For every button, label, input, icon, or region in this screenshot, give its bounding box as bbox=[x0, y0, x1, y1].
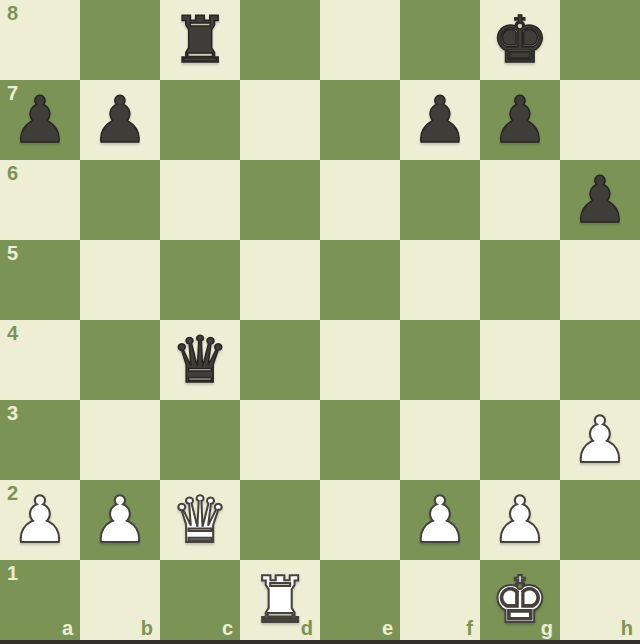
square-b4[interactable] bbox=[80, 320, 160, 400]
square-f4[interactable] bbox=[400, 320, 480, 400]
square-c6[interactable] bbox=[160, 160, 240, 240]
piece-black-pawn-g7[interactable]: ♟ bbox=[480, 80, 560, 160]
square-g3[interactable] bbox=[480, 400, 560, 480]
square-a6[interactable]: 6 bbox=[0, 160, 80, 240]
square-g5[interactable] bbox=[480, 240, 560, 320]
square-a2[interactable]: 2♟ bbox=[0, 480, 80, 560]
square-d8[interactable] bbox=[240, 0, 320, 80]
chess-app: 8♜♚7♟♟♟♟6♟54♛3♟2♟♟♛♟♟1abcd♜efg♚h bbox=[0, 0, 640, 644]
square-d4[interactable] bbox=[240, 320, 320, 400]
piece-black-pawn-b7[interactable]: ♟ bbox=[80, 80, 160, 160]
square-e6[interactable] bbox=[320, 160, 400, 240]
board-bottom-strip bbox=[0, 640, 640, 644]
square-c3[interactable] bbox=[160, 400, 240, 480]
square-e4[interactable] bbox=[320, 320, 400, 400]
square-e5[interactable] bbox=[320, 240, 400, 320]
square-f5[interactable] bbox=[400, 240, 480, 320]
square-a1[interactable]: 1a bbox=[0, 560, 80, 640]
piece-black-pawn-f7[interactable]: ♟ bbox=[400, 80, 480, 160]
square-c5[interactable] bbox=[160, 240, 240, 320]
piece-black-king-g8[interactable]: ♚ bbox=[480, 0, 560, 80]
piece-white-pawn-a2[interactable]: ♟ bbox=[0, 480, 80, 560]
rank-label-8: 8 bbox=[7, 3, 18, 23]
chess-board: 8♜♚7♟♟♟♟6♟54♛3♟2♟♟♛♟♟1abcd♜efg♚h bbox=[0, 0, 640, 640]
square-g1[interactable]: g♚ bbox=[480, 560, 560, 640]
piece-black-pawn-h6[interactable]: ♟ bbox=[560, 160, 640, 240]
square-a5[interactable]: 5 bbox=[0, 240, 80, 320]
piece-white-pawn-h3[interactable]: ♟ bbox=[560, 400, 640, 480]
rank-label-1: 1 bbox=[7, 563, 18, 583]
square-f6[interactable] bbox=[400, 160, 480, 240]
square-h4[interactable] bbox=[560, 320, 640, 400]
square-f7[interactable]: ♟ bbox=[400, 80, 480, 160]
square-g7[interactable]: ♟ bbox=[480, 80, 560, 160]
square-b7[interactable]: ♟ bbox=[80, 80, 160, 160]
square-c4[interactable]: ♛ bbox=[160, 320, 240, 400]
piece-white-pawn-b2[interactable]: ♟ bbox=[80, 480, 160, 560]
rank-label-5: 5 bbox=[7, 243, 18, 263]
square-d5[interactable] bbox=[240, 240, 320, 320]
square-h5[interactable] bbox=[560, 240, 640, 320]
square-e8[interactable] bbox=[320, 0, 400, 80]
square-e1[interactable]: e bbox=[320, 560, 400, 640]
square-h1[interactable]: h bbox=[560, 560, 640, 640]
file-label-b: b bbox=[141, 618, 153, 638]
square-g2[interactable]: ♟ bbox=[480, 480, 560, 560]
square-f2[interactable]: ♟ bbox=[400, 480, 480, 560]
square-c1[interactable]: c bbox=[160, 560, 240, 640]
rank-label-4: 4 bbox=[7, 323, 18, 343]
rank-label-6: 6 bbox=[7, 163, 18, 183]
square-b5[interactable] bbox=[80, 240, 160, 320]
file-label-a: a bbox=[62, 618, 73, 638]
square-f8[interactable] bbox=[400, 0, 480, 80]
piece-black-rook-c8[interactable]: ♜ bbox=[160, 0, 240, 80]
square-a7[interactable]: 7♟ bbox=[0, 80, 80, 160]
square-a4[interactable]: 4 bbox=[0, 320, 80, 400]
square-h2[interactable] bbox=[560, 480, 640, 560]
square-d6[interactable] bbox=[240, 160, 320, 240]
square-g4[interactable] bbox=[480, 320, 560, 400]
file-label-c: c bbox=[222, 618, 233, 638]
square-d2[interactable] bbox=[240, 480, 320, 560]
square-c2[interactable]: ♛ bbox=[160, 480, 240, 560]
file-label-f: f bbox=[466, 618, 473, 638]
square-f3[interactable] bbox=[400, 400, 480, 480]
piece-white-queen-c2[interactable]: ♛ bbox=[160, 480, 240, 560]
piece-white-pawn-g2[interactable]: ♟ bbox=[480, 480, 560, 560]
square-b6[interactable] bbox=[80, 160, 160, 240]
square-h3[interactable]: ♟ bbox=[560, 400, 640, 480]
square-h6[interactable]: ♟ bbox=[560, 160, 640, 240]
square-h7[interactable] bbox=[560, 80, 640, 160]
file-label-h: h bbox=[621, 618, 633, 638]
square-b8[interactable] bbox=[80, 0, 160, 80]
square-g6[interactable] bbox=[480, 160, 560, 240]
piece-white-pawn-f2[interactable]: ♟ bbox=[400, 480, 480, 560]
file-label-e: e bbox=[382, 618, 393, 638]
piece-black-queen-c4[interactable]: ♛ bbox=[160, 320, 240, 400]
square-e7[interactable] bbox=[320, 80, 400, 160]
square-d1[interactable]: d♜ bbox=[240, 560, 320, 640]
square-d7[interactable] bbox=[240, 80, 320, 160]
piece-white-rook-d1[interactable]: ♜ bbox=[240, 560, 320, 640]
piece-black-pawn-a7[interactable]: ♟ bbox=[0, 80, 80, 160]
square-c8[interactable]: ♜ bbox=[160, 0, 240, 80]
square-g8[interactable]: ♚ bbox=[480, 0, 560, 80]
square-e3[interactable] bbox=[320, 400, 400, 480]
square-a3[interactable]: 3 bbox=[0, 400, 80, 480]
square-b3[interactable] bbox=[80, 400, 160, 480]
square-b1[interactable]: b bbox=[80, 560, 160, 640]
square-a8[interactable]: 8 bbox=[0, 0, 80, 80]
rank-label-3: 3 bbox=[7, 403, 18, 423]
square-d3[interactable] bbox=[240, 400, 320, 480]
square-h8[interactable] bbox=[560, 0, 640, 80]
square-b2[interactable]: ♟ bbox=[80, 480, 160, 560]
piece-white-king-g1[interactable]: ♚ bbox=[480, 560, 560, 640]
square-e2[interactable] bbox=[320, 480, 400, 560]
square-f1[interactable]: f bbox=[400, 560, 480, 640]
square-c7[interactable] bbox=[160, 80, 240, 160]
